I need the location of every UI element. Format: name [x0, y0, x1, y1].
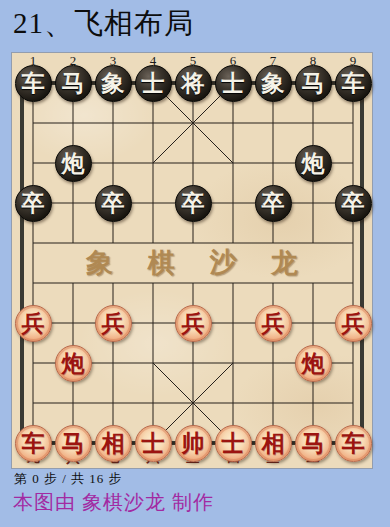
piece-red-soldier[interactable]: 兵: [95, 305, 132, 342]
xiangqi-board: 123456789 九八七六五四三二一 象 棋 沙 龙 车马象士将士象马车炮炮卒…: [12, 53, 372, 468]
piece-black-soldier[interactable]: 卒: [95, 185, 132, 222]
piece-black-cannon[interactable]: 炮: [295, 145, 332, 182]
piece-red-soldier[interactable]: 兵: [15, 305, 52, 342]
piece-red-soldier[interactable]: 兵: [255, 305, 292, 342]
piece-red-chariot[interactable]: 车: [335, 425, 372, 462]
piece-black-chariot[interactable]: 车: [335, 65, 372, 102]
credit-text: 本图由 象棋沙龙 制作: [13, 489, 214, 515]
piece-red-soldier[interactable]: 兵: [175, 305, 212, 342]
piece-black-soldier[interactable]: 卒: [15, 185, 52, 222]
piece-black-elephant[interactable]: 象: [95, 65, 132, 102]
piece-black-soldier[interactable]: 卒: [175, 185, 212, 222]
piece-red-horse[interactable]: 马: [295, 425, 332, 462]
piece-red-cannon[interactable]: 炮: [55, 345, 92, 382]
piece-black-horse[interactable]: 马: [55, 65, 92, 102]
piece-black-horse[interactable]: 马: [295, 65, 332, 102]
piece-black-advisor[interactable]: 士: [215, 65, 252, 102]
piece-black-soldier[interactable]: 卒: [255, 185, 292, 222]
piece-red-elephant[interactable]: 相: [255, 425, 292, 462]
piece-black-cannon[interactable]: 炮: [55, 145, 92, 182]
piece-red-advisor[interactable]: 士: [215, 425, 252, 462]
board-grid: [12, 53, 372, 468]
piece-red-cannon[interactable]: 炮: [295, 345, 332, 382]
piece-black-soldier[interactable]: 卒: [335, 185, 372, 222]
piece-red-general[interactable]: 帅: [175, 425, 212, 462]
piece-black-elephant[interactable]: 象: [255, 65, 292, 102]
piece-red-chariot[interactable]: 车: [15, 425, 52, 462]
page-title: 21、飞相布局: [13, 6, 194, 40]
piece-red-advisor[interactable]: 士: [135, 425, 172, 462]
piece-black-advisor[interactable]: 士: [135, 65, 172, 102]
piece-black-general[interactable]: 将: [175, 65, 212, 102]
piece-red-soldier[interactable]: 兵: [335, 305, 372, 342]
piece-red-horse[interactable]: 马: [55, 425, 92, 462]
piece-black-chariot[interactable]: 车: [15, 65, 52, 102]
piece-red-elephant[interactable]: 相: [95, 425, 132, 462]
step-counter: 第 0 步 / 共 16 步: [14, 471, 123, 487]
xiangqi-diagram-page: 21、飞相布局 123456789 九八七六五四三二一 象 棋 沙 龙 车马象士…: [0, 0, 390, 527]
